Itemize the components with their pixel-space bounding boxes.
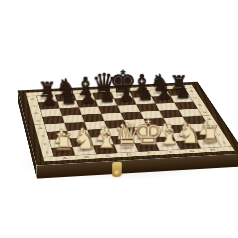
piece-white-bishop: ♝ <box>94 124 119 152</box>
piece-black-pawn: ♟ <box>175 83 190 100</box>
product-photo: ABCDEFGH ABCDEFGH 87654321 87654321 ♜♞♝♛… <box>0 0 238 238</box>
piece-white-rook: ♜ <box>200 123 221 146</box>
file-label-c: C <box>97 154 119 158</box>
piece-white-knight: ♞ <box>73 126 97 153</box>
photo-stage: ABCDEFGH ABCDEFGH 87654321 87654321 ♜♞♝♛… <box>0 0 238 238</box>
square-b6 <box>60 108 82 116</box>
chess-board: ABCDEFGH ABCDEFGH 87654321 87654321 ♜♞♝♛… <box>18 82 238 166</box>
file-label-d: D <box>118 153 140 157</box>
piece-black-pawn: ♟ <box>42 90 58 108</box>
piece-black-pawn: ♟ <box>118 86 134 103</box>
square-h6 <box>174 102 197 110</box>
square-a6 <box>40 109 62 117</box>
square-a1: ♜ <box>51 147 75 157</box>
square-d7: ♟ <box>95 99 117 107</box>
file-label-h: H <box>202 148 224 152</box>
piece-black-pawn: ♟ <box>80 88 96 105</box>
file-label-e: E <box>139 151 161 155</box>
square-b1: ♞ <box>72 146 96 156</box>
file-label-g: G <box>181 149 203 153</box>
piece-black-pawn: ♟ <box>137 85 153 102</box>
file-label-b: B <box>75 155 97 159</box>
chess-box: ABCDEFGH ABCDEFGH 87654321 87654321 ♜♞♝♛… <box>18 82 238 166</box>
piece-black-pawn: ♟ <box>99 87 115 104</box>
file-label-f: F <box>160 150 182 154</box>
piece-black-pawn: ♟ <box>156 84 172 101</box>
file-label-a: A <box>54 156 76 160</box>
piece-white-rook: ♜ <box>53 131 74 155</box>
piece-black-pawn: ♟ <box>61 89 77 106</box>
brass-clasp-icon <box>112 162 122 177</box>
